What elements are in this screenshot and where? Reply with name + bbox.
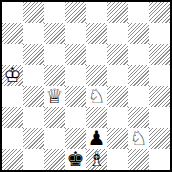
square-g2[interactable]: ♞♘ — [128, 128, 149, 149]
white-bishop-icon: ♗ — [86, 149, 107, 170]
square-a7[interactable] — [2, 23, 23, 44]
square-f8[interactable] — [107, 2, 128, 23]
square-e8[interactable] — [86, 2, 107, 23]
square-a5[interactable]: ♚♔ — [2, 65, 23, 86]
square-e3[interactable] — [86, 107, 107, 128]
square-a1[interactable] — [2, 149, 23, 170]
piece-halo: ♚ — [2, 65, 23, 86]
square-f1[interactable] — [107, 149, 128, 170]
piece-halo: ♞ — [128, 128, 149, 149]
square-d2[interactable] — [65, 128, 86, 149]
square-a6[interactable] — [2, 44, 23, 65]
square-b4[interactable] — [23, 86, 44, 107]
square-c4[interactable]: ♛♕ — [44, 86, 65, 107]
square-g1[interactable] — [128, 149, 149, 170]
square-f6[interactable] — [107, 44, 128, 65]
square-c8[interactable] — [44, 2, 65, 23]
square-f3[interactable] — [107, 107, 128, 128]
chess-board-frame: ♚♔♛♕♞♘♟♞♘♚♝♗ — [0, 0, 172, 172]
square-a2[interactable] — [2, 128, 23, 149]
piece-white-bishop-e1[interactable]: ♝♗ — [86, 149, 107, 170]
white-knight-icon: ♘ — [86, 86, 107, 107]
piece-halo: ♛ — [44, 86, 65, 107]
square-h1[interactable] — [149, 149, 170, 170]
piece-halo: ♝ — [86, 149, 107, 170]
black-king-icon: ♚ — [65, 149, 86, 170]
square-b5[interactable] — [23, 65, 44, 86]
square-d5[interactable] — [65, 65, 86, 86]
square-b2[interactable] — [23, 128, 44, 149]
square-h8[interactable] — [149, 2, 170, 23]
square-b3[interactable] — [23, 107, 44, 128]
square-a8[interactable] — [2, 2, 23, 23]
square-d8[interactable] — [65, 2, 86, 23]
square-g5[interactable] — [128, 65, 149, 86]
square-h5[interactable] — [149, 65, 170, 86]
piece-white-king-a5[interactable]: ♚♔ — [2, 65, 23, 86]
black-pawn-icon: ♟ — [86, 128, 107, 149]
piece-white-queen-c4[interactable]: ♛♕ — [44, 86, 65, 107]
chess-board: ♚♔♛♕♞♘♟♞♘♚♝♗ — [2, 2, 170, 170]
white-king-icon: ♔ — [2, 65, 23, 86]
square-c1[interactable] — [44, 149, 65, 170]
square-f7[interactable] — [107, 23, 128, 44]
piece-black-king-d1[interactable]: ♚ — [65, 149, 86, 170]
square-d6[interactable] — [65, 44, 86, 65]
square-c5[interactable] — [44, 65, 65, 86]
square-c7[interactable] — [44, 23, 65, 44]
square-e7[interactable] — [86, 23, 107, 44]
square-h2[interactable] — [149, 128, 170, 149]
square-b6[interactable] — [23, 44, 44, 65]
square-g4[interactable] — [128, 86, 149, 107]
square-g3[interactable] — [128, 107, 149, 128]
piece-white-knight-g2[interactable]: ♞♘ — [128, 128, 149, 149]
square-h3[interactable] — [149, 107, 170, 128]
square-d7[interactable] — [65, 23, 86, 44]
square-f5[interactable] — [107, 65, 128, 86]
square-g7[interactable] — [128, 23, 149, 44]
square-c6[interactable] — [44, 44, 65, 65]
square-b7[interactable] — [23, 23, 44, 44]
square-f4[interactable] — [107, 86, 128, 107]
square-b8[interactable] — [23, 2, 44, 23]
square-g8[interactable] — [128, 2, 149, 23]
square-h6[interactable] — [149, 44, 170, 65]
square-h4[interactable] — [149, 86, 170, 107]
square-h7[interactable] — [149, 23, 170, 44]
square-g6[interactable] — [128, 44, 149, 65]
piece-black-pawn-e2[interactable]: ♟ — [86, 128, 107, 149]
white-knight-icon: ♘ — [128, 128, 149, 149]
square-a3[interactable] — [2, 107, 23, 128]
white-queen-icon: ♕ — [44, 86, 65, 107]
square-d4[interactable] — [65, 86, 86, 107]
square-d3[interactable] — [65, 107, 86, 128]
square-b1[interactable] — [23, 149, 44, 170]
square-e4[interactable]: ♞♘ — [86, 86, 107, 107]
square-e6[interactable] — [86, 44, 107, 65]
square-c3[interactable] — [44, 107, 65, 128]
square-f2[interactable] — [107, 128, 128, 149]
square-e1[interactable]: ♝♗ — [86, 149, 107, 170]
square-e5[interactable] — [86, 65, 107, 86]
square-d1[interactable]: ♚ — [65, 149, 86, 170]
square-a4[interactable] — [2, 86, 23, 107]
square-e2[interactable]: ♟ — [86, 128, 107, 149]
piece-white-knight-e4[interactable]: ♞♘ — [86, 86, 107, 107]
square-c2[interactable] — [44, 128, 65, 149]
piece-halo: ♞ — [86, 86, 107, 107]
